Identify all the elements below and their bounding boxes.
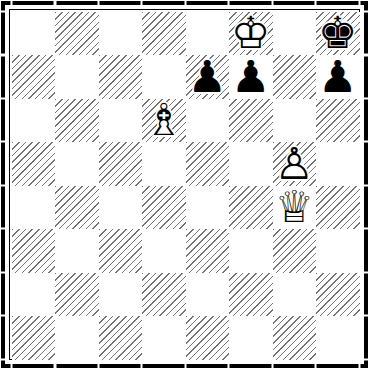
square-c1 xyxy=(99,316,143,360)
piece-glyph: ♗ xyxy=(144,98,183,142)
square-d6: ♝♗ xyxy=(142,99,186,143)
white-king-f8: ♚♔ xyxy=(229,12,273,56)
square-h3 xyxy=(316,229,360,273)
piece-glyph: ♟ xyxy=(231,55,270,99)
square-h6 xyxy=(316,99,360,143)
square-f7: ♟♟ xyxy=(229,55,273,99)
square-b4 xyxy=(55,186,99,230)
square-e3 xyxy=(186,229,230,273)
square-b8 xyxy=(55,12,99,56)
square-b1 xyxy=(55,316,99,360)
square-f4 xyxy=(229,186,273,230)
white-queen-g4: ♛♕ xyxy=(273,186,317,230)
square-h7: ♟♟ xyxy=(316,55,360,99)
square-a7 xyxy=(12,55,56,99)
piece-glyph: ♙ xyxy=(275,142,314,186)
square-a6 xyxy=(12,99,56,143)
square-f5 xyxy=(229,142,273,186)
piece-glyph: ♔ xyxy=(231,11,270,55)
square-g2 xyxy=(273,273,317,317)
black-pawn-h7: ♟♟ xyxy=(316,55,360,99)
square-c5 xyxy=(99,142,143,186)
chess-diagram: ♚♔♚♚♟♟♟♟♟♟♝♗♟♙♛♕ xyxy=(0,0,369,369)
square-h2 xyxy=(316,273,360,317)
square-g7 xyxy=(273,55,317,99)
chessboard: ♚♔♚♚♟♟♟♟♟♟♝♗♟♙♛♕ xyxy=(12,12,360,360)
square-e7: ♟♟ xyxy=(186,55,230,99)
square-g1 xyxy=(273,316,317,360)
square-c2 xyxy=(99,273,143,317)
square-f1 xyxy=(229,316,273,360)
square-f8: ♚♔ xyxy=(229,12,273,56)
piece-glyph: ♚ xyxy=(318,11,357,55)
square-g4: ♛♕ xyxy=(273,186,317,230)
frame-edge-left xyxy=(1,1,5,368)
square-c4 xyxy=(99,186,143,230)
square-c3 xyxy=(99,229,143,273)
square-g3 xyxy=(273,229,317,273)
square-c7 xyxy=(99,55,143,99)
frame-edge-bottom xyxy=(1,364,368,368)
square-e4 xyxy=(186,186,230,230)
square-a1 xyxy=(12,316,56,360)
black-king-h8: ♚♚ xyxy=(316,12,360,56)
frame-edge-top xyxy=(1,1,368,5)
square-a5 xyxy=(12,142,56,186)
square-d1 xyxy=(142,316,186,360)
square-a8 xyxy=(12,12,56,56)
square-e2 xyxy=(186,273,230,317)
square-g5: ♟♙ xyxy=(273,142,317,186)
square-b7 xyxy=(55,55,99,99)
piece-glyph: ♕ xyxy=(275,185,314,229)
square-h4 xyxy=(316,186,360,230)
white-pawn-g5: ♟♙ xyxy=(273,142,317,186)
square-f6 xyxy=(229,99,273,143)
square-c6 xyxy=(99,99,143,143)
square-h8: ♚♚ xyxy=(316,12,360,56)
square-b3 xyxy=(55,229,99,273)
square-d3 xyxy=(142,229,186,273)
square-a2 xyxy=(12,273,56,317)
square-e8 xyxy=(186,12,230,56)
frame-edge-right xyxy=(364,1,368,368)
square-e6 xyxy=(186,99,230,143)
white-bishop-d6: ♝♗ xyxy=(142,99,186,143)
square-b5 xyxy=(55,142,99,186)
square-h1 xyxy=(316,316,360,360)
square-b2 xyxy=(55,273,99,317)
square-g6 xyxy=(273,99,317,143)
square-d5 xyxy=(142,142,186,186)
piece-glyph: ♟ xyxy=(318,55,357,99)
square-h5 xyxy=(316,142,360,186)
square-e5 xyxy=(186,142,230,186)
square-e1 xyxy=(186,316,230,360)
black-pawn-f7: ♟♟ xyxy=(229,55,273,99)
square-a4 xyxy=(12,186,56,230)
black-pawn-e7: ♟♟ xyxy=(186,55,230,99)
square-d8 xyxy=(142,12,186,56)
square-f2 xyxy=(229,273,273,317)
square-a3 xyxy=(12,229,56,273)
square-d4 xyxy=(142,186,186,230)
square-f3 xyxy=(229,229,273,273)
piece-glyph: ♟ xyxy=(188,55,227,99)
square-b6 xyxy=(55,99,99,143)
square-g8 xyxy=(273,12,317,56)
square-d2 xyxy=(142,273,186,317)
square-d7 xyxy=(142,55,186,99)
square-c8 xyxy=(99,12,143,56)
